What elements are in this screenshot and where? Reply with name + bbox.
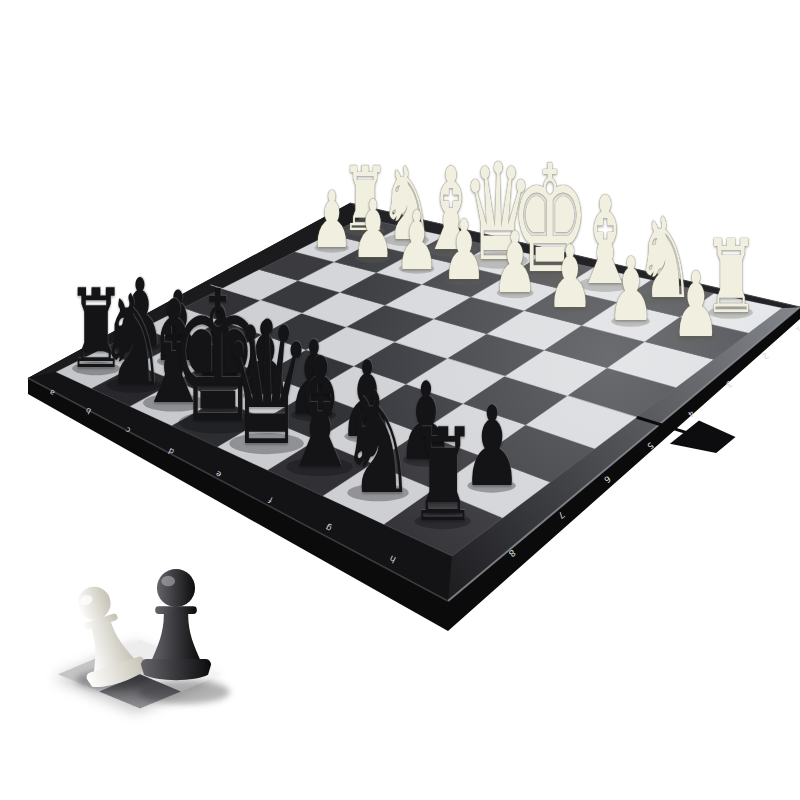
shadow-h8 xyxy=(415,513,471,529)
shadow-c1 xyxy=(426,243,476,257)
shadow-h7 xyxy=(467,479,515,493)
shadow-a8 xyxy=(72,362,120,376)
shadow-g1 xyxy=(641,291,690,305)
shadow-h2 xyxy=(677,332,716,343)
label-rank-1: 1 xyxy=(794,324,800,335)
pawn-detail-inset xyxy=(58,558,288,788)
shadow-b7 xyxy=(157,355,199,367)
shadow-d7 xyxy=(243,389,287,401)
shadow-e7 xyxy=(291,409,336,422)
shadow-c7 xyxy=(198,372,241,384)
shadow-f1 xyxy=(579,277,632,292)
shadow-f8 xyxy=(286,458,353,477)
shadow-g7 xyxy=(403,453,450,466)
shadow-e1 xyxy=(517,263,582,281)
shadow-e2 xyxy=(497,288,534,299)
shadow-b8 xyxy=(106,377,161,393)
shadow-a2 xyxy=(314,243,348,253)
shadow-f2 xyxy=(552,301,590,312)
shadow-h1 xyxy=(708,306,752,319)
shadow-d1 xyxy=(469,252,528,269)
shadow-c2 xyxy=(399,264,435,274)
shadow-f7 xyxy=(344,430,390,443)
shadow-g2 xyxy=(611,316,650,327)
black-pawn-figure xyxy=(132,562,220,692)
shadow-e8 xyxy=(229,433,304,454)
shadow-c8 xyxy=(143,394,205,412)
shadow-d2 xyxy=(446,275,482,285)
product-photo: a8b7c6d5e4f3g2h1 ♜♞♟♝♟♛♟♚♟♝♟♞♟♜♟♟♟♟♜♟♞♟♝… xyxy=(0,0,800,800)
shadow-g8 xyxy=(347,484,408,501)
shadow-a1 xyxy=(346,225,385,236)
shadow-b2 xyxy=(355,253,390,263)
shadow-b1 xyxy=(384,234,428,247)
shadow-a7 xyxy=(119,340,160,352)
shadow-d8 xyxy=(179,411,258,433)
